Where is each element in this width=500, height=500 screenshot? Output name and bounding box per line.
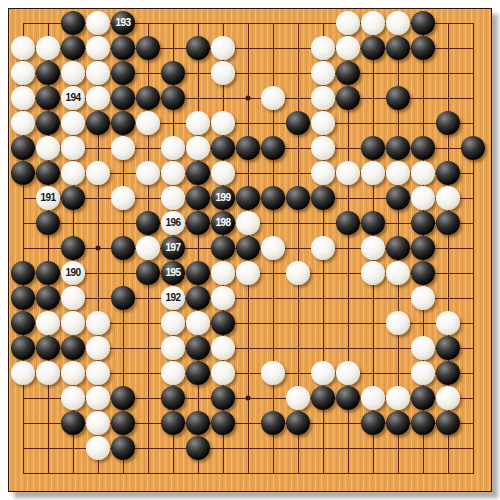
black-stone — [61, 236, 85, 260]
black-stone — [411, 211, 435, 235]
black-stone — [161, 386, 185, 410]
white-stone — [286, 386, 310, 410]
black-stone — [336, 86, 360, 110]
move-number-label: 198 — [215, 218, 230, 228]
black-stone — [261, 411, 285, 435]
black-stone — [11, 336, 35, 360]
black-stone — [336, 211, 360, 235]
white-stone — [336, 11, 360, 35]
move-number-label: 193 — [115, 18, 130, 28]
white-stone — [311, 86, 335, 110]
move-number-label: 196 — [165, 218, 180, 228]
white-stone — [161, 161, 185, 185]
white-stone — [11, 86, 35, 110]
black-stone — [136, 86, 160, 110]
white-stone — [61, 386, 85, 410]
white-stone — [361, 386, 385, 410]
black-stone — [361, 411, 385, 435]
white-stone — [111, 136, 135, 160]
black-stone — [11, 136, 35, 160]
black-stone — [186, 286, 210, 310]
grid-line-v — [473, 23, 474, 474]
black-stone: 199 — [211, 186, 235, 210]
white-stone — [436, 311, 460, 335]
white-stone — [86, 436, 110, 460]
black-stone — [211, 236, 235, 260]
black-stone — [461, 136, 485, 160]
black-stone — [61, 411, 85, 435]
black-stone — [411, 36, 435, 60]
white-stone — [411, 286, 435, 310]
black-stone — [36, 111, 60, 135]
black-stone — [411, 411, 435, 435]
black-stone — [311, 386, 335, 410]
white-stone — [36, 136, 60, 160]
white-stone — [311, 36, 335, 60]
move-number-label: 194 — [65, 93, 80, 103]
white-stone — [386, 261, 410, 285]
white-stone — [86, 361, 110, 385]
white-stone — [186, 136, 210, 160]
white-stone — [61, 136, 85, 160]
white-stone — [361, 161, 385, 185]
white-stone — [11, 361, 35, 385]
white-stone — [386, 311, 410, 335]
black-stone — [386, 136, 410, 160]
white-stone — [311, 161, 335, 185]
white-stone — [136, 111, 160, 135]
black-stone — [111, 436, 135, 460]
white-stone — [161, 186, 185, 210]
black-stone — [311, 186, 335, 210]
go-board[interactable]: 193194191199196198197190195192 — [8, 8, 492, 492]
white-stone — [211, 161, 235, 185]
white-stone — [36, 311, 60, 335]
white-stone — [311, 361, 335, 385]
white-stone — [336, 361, 360, 385]
black-stone — [436, 361, 460, 385]
black-stone — [361, 211, 385, 235]
white-stone — [361, 11, 385, 35]
black-stone — [111, 61, 135, 85]
black-stone — [411, 386, 435, 410]
white-stone — [86, 161, 110, 185]
black-stone — [411, 261, 435, 285]
white-stone: 191 — [36, 186, 60, 210]
grid-line-h — [23, 473, 474, 474]
black-stone — [161, 61, 185, 85]
white-stone — [411, 186, 435, 210]
black-stone — [286, 186, 310, 210]
black-stone — [36, 61, 60, 85]
move-number-label: 191 — [40, 193, 55, 203]
white-stone: 196 — [161, 211, 185, 235]
black-stone — [361, 36, 385, 60]
black-stone — [211, 136, 235, 160]
black-stone — [61, 11, 85, 35]
white-stone — [436, 186, 460, 210]
white-stone — [411, 336, 435, 360]
white-stone — [211, 361, 235, 385]
white-stone: 192 — [161, 286, 185, 310]
black-stone — [186, 361, 210, 385]
black-stone — [436, 161, 460, 185]
white-stone — [86, 386, 110, 410]
white-stone — [336, 161, 360, 185]
white-stone — [361, 261, 385, 285]
black-stone — [436, 211, 460, 235]
black-stone — [436, 411, 460, 435]
black-stone — [36, 261, 60, 285]
black-stone — [386, 411, 410, 435]
black-stone — [436, 111, 460, 135]
black-stone — [236, 186, 260, 210]
black-stone — [336, 61, 360, 85]
black-stone — [186, 336, 210, 360]
white-stone — [86, 336, 110, 360]
white-stone — [261, 86, 285, 110]
white-stone — [161, 136, 185, 160]
white-stone — [86, 86, 110, 110]
white-stone — [436, 386, 460, 410]
black-stone: 193 — [111, 11, 135, 35]
white-stone — [211, 61, 235, 85]
white-stone — [86, 11, 110, 35]
black-stone — [111, 236, 135, 260]
white-stone — [86, 311, 110, 335]
white-stone — [261, 361, 285, 385]
black-stone — [386, 36, 410, 60]
white-stone — [311, 111, 335, 135]
white-stone — [186, 311, 210, 335]
black-stone — [36, 161, 60, 185]
white-stone — [186, 111, 210, 135]
black-stone — [186, 436, 210, 460]
white-stone — [61, 61, 85, 85]
black-stone — [36, 211, 60, 235]
white-stone — [386, 386, 410, 410]
black-stone — [161, 411, 185, 435]
white-stone — [261, 236, 285, 260]
white-stone — [61, 286, 85, 310]
white-stone — [411, 161, 435, 185]
black-stone — [36, 286, 60, 310]
black-stone — [36, 86, 60, 110]
black-stone — [411, 236, 435, 260]
move-number-label: 199 — [215, 193, 230, 203]
white-stone — [61, 361, 85, 385]
grid-line-h — [23, 298, 474, 299]
black-stone — [286, 411, 310, 435]
black-stone — [236, 136, 260, 160]
black-stone — [186, 36, 210, 60]
white-stone — [161, 311, 185, 335]
black-stone — [286, 111, 310, 135]
white-stone — [286, 261, 310, 285]
black-stone — [11, 161, 35, 185]
move-number-label: 197 — [165, 243, 180, 253]
white-stone — [36, 361, 60, 385]
black-stone: 195 — [161, 261, 185, 285]
black-stone — [386, 236, 410, 260]
black-stone — [111, 411, 135, 435]
page: { "game": "go", "board_size": 19, "colum… — [0, 0, 500, 500]
white-stone — [386, 11, 410, 35]
black-stone — [211, 386, 235, 410]
white-stone — [11, 61, 35, 85]
white-stone — [36, 36, 60, 60]
black-stone — [186, 211, 210, 235]
white-stone — [11, 111, 35, 135]
black-stone — [111, 386, 135, 410]
black-stone — [211, 311, 235, 335]
white-stone — [361, 236, 385, 260]
black-stone — [61, 186, 85, 210]
white-stone — [111, 186, 135, 210]
white-stone — [311, 61, 335, 85]
white-stone — [211, 336, 235, 360]
black-stone — [11, 286, 35, 310]
black-stone — [111, 86, 135, 110]
black-stone — [36, 336, 60, 360]
move-number-label: 195 — [165, 268, 180, 278]
black-stone — [86, 111, 110, 135]
white-stone — [311, 136, 335, 160]
black-stone — [336, 386, 360, 410]
black-stone — [411, 11, 435, 35]
white-stone — [61, 311, 85, 335]
star-point — [96, 246, 101, 251]
black-stone — [186, 186, 210, 210]
white-stone — [411, 361, 435, 385]
black-stone — [236, 236, 260, 260]
black-stone — [411, 136, 435, 160]
white-stone — [211, 36, 235, 60]
star-point — [246, 396, 251, 401]
black-stone — [136, 36, 160, 60]
white-stone — [236, 211, 260, 235]
move-number-label: 190 — [65, 268, 80, 278]
move-number-label: 192 — [165, 293, 180, 303]
white-stone — [86, 36, 110, 60]
white-stone — [211, 111, 235, 135]
white-stone: 190 — [61, 261, 85, 285]
black-stone — [111, 36, 135, 60]
black-stone — [261, 186, 285, 210]
black-stone — [111, 286, 135, 310]
black-stone: 198 — [211, 211, 235, 235]
black-stone — [11, 261, 35, 285]
white-stone — [386, 161, 410, 185]
white-stone — [136, 161, 160, 185]
black-stone — [186, 161, 210, 185]
black-stone — [186, 411, 210, 435]
white-stone — [86, 411, 110, 435]
white-stone — [86, 61, 110, 85]
white-stone — [161, 336, 185, 360]
white-stone — [136, 236, 160, 260]
black-stone — [261, 136, 285, 160]
star-point — [246, 96, 251, 101]
white-stone: 194 — [61, 86, 85, 110]
white-stone — [61, 161, 85, 185]
white-stone — [311, 236, 335, 260]
white-stone — [236, 261, 260, 285]
white-stone — [161, 361, 185, 385]
black-stone — [136, 211, 160, 235]
black-stone — [436, 336, 460, 360]
white-stone — [11, 36, 35, 60]
black-stone — [386, 186, 410, 210]
black-stone — [111, 111, 135, 135]
white-stone — [336, 36, 360, 60]
white-stone — [61, 111, 85, 135]
black-stone — [211, 411, 235, 435]
white-stone — [211, 261, 235, 285]
black-stone — [61, 36, 85, 60]
black-stone — [386, 86, 410, 110]
black-stone: 197 — [161, 236, 185, 260]
black-stone — [61, 336, 85, 360]
black-stone — [11, 311, 35, 335]
black-stone — [186, 261, 210, 285]
black-stone — [361, 136, 385, 160]
white-stone — [211, 286, 235, 310]
black-stone — [136, 261, 160, 285]
black-stone — [161, 86, 185, 110]
